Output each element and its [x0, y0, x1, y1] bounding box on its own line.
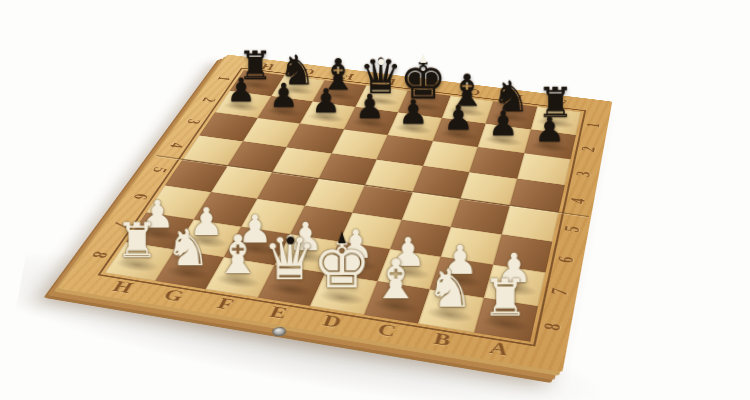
hinge-clasp [270, 326, 288, 337]
square-b4 [460, 172, 516, 205]
black-pawn-piece: ♟ [312, 84, 342, 117]
black-pawn-piece: ♟ [269, 79, 299, 112]
square-g5 [211, 166, 273, 199]
white-ball-finial [377, 59, 383, 65]
white-bishop-piece: ♝ [371, 251, 420, 306]
black-ball-finial [286, 236, 294, 244]
photo-canvas: ♜♞♝♛♚♝♞♜♟♟♟♟♟♟♟♟♟♟♟♟♟♟♟♟♜♞♝♛♚♝♞♜ HGFEDCB… [0, 0, 750, 400]
black-pawn-piece: ♟ [534, 112, 565, 146]
black-pawn-piece: ♟ [355, 90, 385, 123]
white-rook-piece: ♜ [116, 217, 159, 265]
black-pawn-piece: ♟ [227, 74, 256, 107]
white-knight-piece: ♞ [165, 222, 210, 273]
scene-3d: ♜♞♝♛♚♝♞♜♟♟♟♟♟♟♟♟♟♟♟♟♟♟♟♟♜♞♝♛♚♝♞♜ HGFEDCB… [0, 0, 750, 400]
white-bishop-piece: ♝ [214, 227, 262, 280]
white-rook-piece: ♜ [482, 272, 528, 323]
black-pawn-piece: ♟ [443, 101, 473, 135]
black-pawn-piece: ♟ [399, 95, 429, 129]
black-pawn-piece: ♟ [488, 107, 519, 141]
white-knight-piece: ♞ [426, 262, 473, 315]
square-b5 [451, 198, 509, 234]
chess-board: ♜♞♝♛♚♝♞♜♟♟♟♟♟♟♟♟♟♟♟♟♟♟♟♟♜♞♝♛♚♝♞♜ HGFEDCB… [58, 55, 612, 373]
